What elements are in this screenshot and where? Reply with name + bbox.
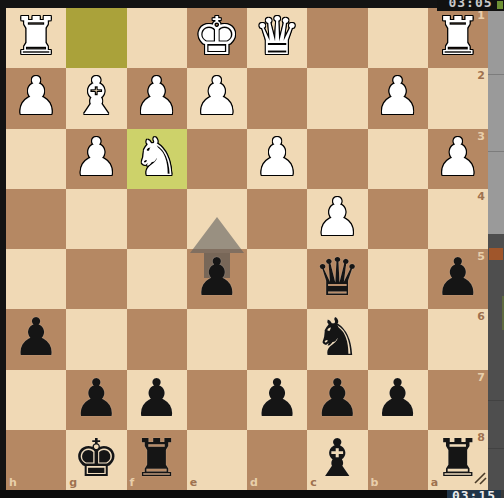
corner-indicator bbox=[497, 1, 503, 9]
white-pawn[interactable]: ♟ bbox=[374, 66, 421, 126]
black-pawn[interactable]: ♟ bbox=[435, 247, 482, 307]
file-label-h: h bbox=[9, 476, 17, 489]
square-b8[interactable]: b bbox=[368, 430, 428, 490]
black-pawn[interactable]: ♟ bbox=[374, 368, 421, 428]
square-d7[interactable]: ♟ bbox=[247, 370, 307, 430]
scrollbar-thumb[interactable] bbox=[488, 10, 504, 234]
square-c3[interactable] bbox=[307, 129, 367, 189]
board-resize-handle[interactable] bbox=[473, 470, 487, 489]
black-bishop[interactable]: ♝ bbox=[314, 428, 361, 488]
square-b1[interactable] bbox=[368, 8, 428, 68]
black-queen[interactable]: ♛ bbox=[314, 247, 361, 307]
white-pawn[interactable]: ♟ bbox=[13, 66, 60, 126]
square-f1[interactable] bbox=[127, 8, 187, 68]
square-e3[interactable] bbox=[187, 129, 247, 189]
square-e2[interactable]: ♟ bbox=[187, 68, 247, 128]
square-d1[interactable]: ♛ bbox=[247, 8, 307, 68]
square-b4[interactable] bbox=[368, 189, 428, 249]
opponent-clock: 03:05 bbox=[437, 0, 504, 11]
square-g8[interactable]: ♚g bbox=[66, 430, 126, 490]
square-b3[interactable] bbox=[368, 129, 428, 189]
square-f6[interactable] bbox=[127, 309, 187, 369]
scrollbar-divider bbox=[488, 400, 504, 401]
square-h8[interactable]: h bbox=[6, 430, 66, 490]
white-pawn[interactable]: ♟ bbox=[435, 127, 482, 187]
square-h2[interactable]: ♟ bbox=[6, 68, 66, 128]
player-clock: 03:15 bbox=[447, 490, 501, 498]
square-a3[interactable]: ♟3 bbox=[428, 129, 488, 189]
black-pawn[interactable]: ♟ bbox=[133, 368, 180, 428]
square-d6[interactable] bbox=[247, 309, 307, 369]
scrollbar-marker bbox=[489, 248, 503, 260]
square-g6[interactable] bbox=[66, 309, 126, 369]
square-g4[interactable] bbox=[66, 189, 126, 249]
file-label-e: e bbox=[190, 476, 197, 489]
white-queen[interactable]: ♛ bbox=[254, 6, 301, 66]
square-h1[interactable]: ♜ bbox=[6, 8, 66, 68]
rank-label-4: 4 bbox=[477, 190, 485, 203]
scrollbar-divider bbox=[488, 74, 504, 75]
square-d2[interactable] bbox=[247, 68, 307, 128]
square-a2[interactable]: 2 bbox=[428, 68, 488, 128]
black-pawn[interactable]: ♟ bbox=[73, 368, 120, 428]
square-a5[interactable]: ♟5 bbox=[428, 249, 488, 309]
black-rook[interactable]: ♜ bbox=[133, 428, 180, 488]
white-knight[interactable]: ♞ bbox=[133, 127, 180, 187]
square-f3[interactable]: ♞ bbox=[127, 129, 187, 189]
square-f8[interactable]: ♜f bbox=[127, 430, 187, 490]
top-bar bbox=[0, 0, 504, 8]
scrollbar-divider bbox=[488, 448, 504, 449]
square-h3[interactable] bbox=[6, 129, 66, 189]
square-a6[interactable]: 6 bbox=[428, 309, 488, 369]
square-c2[interactable] bbox=[307, 68, 367, 128]
square-c8[interactable]: ♝c bbox=[307, 430, 367, 490]
square-f7[interactable]: ♟ bbox=[127, 370, 187, 430]
white-pawn[interactable]: ♟ bbox=[73, 127, 120, 187]
rank-label-2: 2 bbox=[477, 69, 485, 82]
square-g3[interactable]: ♟ bbox=[66, 129, 126, 189]
file-label-b: b bbox=[371, 476, 379, 489]
square-h7[interactable] bbox=[6, 370, 66, 430]
white-rook[interactable]: ♜ bbox=[435, 6, 482, 66]
black-pawn[interactable]: ♟ bbox=[314, 368, 361, 428]
square-b6[interactable] bbox=[368, 309, 428, 369]
white-pawn[interactable]: ♟ bbox=[314, 187, 361, 247]
white-bishop[interactable]: ♝ bbox=[73, 66, 120, 126]
square-d8[interactable]: d bbox=[247, 430, 307, 490]
square-a7[interactable]: 7 bbox=[428, 370, 488, 430]
black-pawn[interactable]: ♟ bbox=[254, 368, 301, 428]
square-f5[interactable] bbox=[127, 249, 187, 309]
square-f2[interactable]: ♟ bbox=[127, 68, 187, 128]
square-c7[interactable]: ♟ bbox=[307, 370, 367, 430]
square-g2[interactable]: ♝ bbox=[66, 68, 126, 128]
white-pawn[interactable]: ♟ bbox=[133, 66, 180, 126]
square-e6[interactable] bbox=[187, 309, 247, 369]
square-d5[interactable] bbox=[247, 249, 307, 309]
player-clock-time: 03:15 bbox=[452, 490, 496, 498]
white-rook[interactable]: ♜ bbox=[13, 6, 60, 66]
square-g1[interactable] bbox=[66, 8, 126, 68]
square-b7[interactable]: ♟ bbox=[368, 370, 428, 430]
square-h6[interactable]: ♟ bbox=[6, 309, 66, 369]
scrollbar-divider bbox=[488, 151, 504, 152]
black-pawn[interactable]: ♟ bbox=[194, 247, 241, 307]
white-pawn[interactable]: ♟ bbox=[194, 66, 241, 126]
square-a4[interactable]: 4 bbox=[428, 189, 488, 249]
square-f4[interactable] bbox=[127, 189, 187, 249]
black-knight[interactable]: ♞ bbox=[314, 307, 361, 367]
square-e8[interactable]: e bbox=[187, 430, 247, 490]
rank-label-6: 6 bbox=[477, 310, 485, 323]
file-label-d: d bbox=[250, 476, 258, 489]
chess-board[interactable]: ♜♚♛♜1♟♝♟♟♟2♟♞♟♟3♟4♟♛♟5♟♞6♟♟♟♟♟7h♚g♜fed♝c… bbox=[6, 8, 488, 490]
square-g7[interactable]: ♟ bbox=[66, 370, 126, 430]
square-d3[interactable]: ♟ bbox=[247, 129, 307, 189]
square-c4[interactable]: ♟ bbox=[307, 189, 367, 249]
scrollbar-track bbox=[488, 0, 504, 498]
square-a1[interactable]: ♜1 bbox=[428, 8, 488, 68]
white-pawn[interactable]: ♟ bbox=[254, 127, 301, 187]
opponent-clock-time: 03:05 bbox=[437, 0, 504, 10]
black-pawn[interactable]: ♟ bbox=[13, 307, 60, 367]
square-e5[interactable]: ♟ bbox=[187, 249, 247, 309]
square-d4[interactable] bbox=[247, 189, 307, 249]
square-c6[interactable]: ♞ bbox=[307, 309, 367, 369]
square-c5[interactable]: ♛ bbox=[307, 249, 367, 309]
square-h4[interactable] bbox=[6, 189, 66, 249]
rank-label-7: 7 bbox=[477, 371, 485, 384]
bottom-bar bbox=[0, 490, 504, 498]
white-king[interactable]: ♚ bbox=[194, 6, 241, 66]
square-h5[interactable] bbox=[6, 249, 66, 309]
black-king[interactable]: ♚ bbox=[73, 428, 120, 488]
square-b5[interactable] bbox=[368, 249, 428, 309]
square-e1[interactable]: ♚ bbox=[187, 8, 247, 68]
square-a8[interactable]: ♜8a bbox=[428, 430, 488, 490]
square-g5[interactable] bbox=[66, 249, 126, 309]
square-b2[interactable]: ♟ bbox=[368, 68, 428, 128]
square-c1[interactable] bbox=[307, 8, 367, 68]
square-e7[interactable] bbox=[187, 370, 247, 430]
